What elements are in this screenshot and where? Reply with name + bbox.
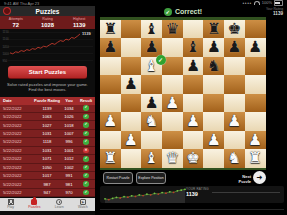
white-pawn[interactable]: ♟ [245,131,266,150]
square-f1[interactable] [203,149,224,168]
square-g6[interactable] [224,57,245,76]
result-icon: ✓ [83,190,89,196]
battery-percent: 100% [262,0,272,5]
history-puzzle-rating: 1118 [33,139,61,144]
stat-highest: Highest 1139 [63,17,95,28]
black-bishop[interactable]: ♝ [183,38,204,57]
square-e5[interactable] [183,75,204,94]
battery-icon [274,0,283,5]
history-date: 5/22/2022 [0,165,33,170]
svg-text:1000: 1000 [3,52,10,56]
clock-text: 9:41 AM Thu Apr 23 [4,1,39,6]
history-row[interactable]: 5/22/2022 1071 1012 ✓ [0,155,95,163]
square-h1[interactable]: ♜ [245,149,266,168]
rating-history-chart: 95010001050110011501139 [2,30,93,63]
stat-rating: Rating 1028 [32,17,64,28]
white-queen[interactable]: ♛ [162,149,183,168]
result-icon: ✕ [83,148,89,154]
history-puzzle-rating: 1063 [33,114,61,119]
history-row[interactable]: 5/22/2022 1017 991 ✓ [0,172,95,180]
white-knight[interactable]: ♞ [141,112,162,131]
history-your-rating: 1007 [61,131,77,136]
square-h8[interactable] [245,20,266,39]
tab-play[interactable]: Play [7,199,14,210]
black-king[interactable]: ♚ [224,20,245,39]
result-icon: ✓ [83,181,89,187]
square-d7[interactable] [162,38,183,57]
history-your-rating: 1034 [61,106,77,111]
square-d1[interactable]: ♛ [162,149,183,168]
svg-text:1150: 1150 [3,30,9,34]
history-table: 5/22/2022 1139 1034 ✓ 5/22/2022 1063 102… [0,105,95,198]
square-g5[interactable] [224,75,245,94]
black-rook[interactable]: ♜ [203,20,224,39]
square-b5[interactable]: ♟ [121,75,142,94]
history-puzzle-rating: 1017 [33,173,61,178]
puzzles-caption: Solve rated puzzles and improve your gam… [2,82,93,93]
square-d8[interactable]: ♛ [162,20,183,39]
square-f8[interactable]: ♜ [203,20,224,39]
square-a8[interactable]: ♜ [100,20,121,39]
history-puzzle-rating: 947 [33,190,61,195]
chess-board[interactable]: ♜♝♛♜♚♟♟♝♟♟♟♝♟♞♟♟♟♟♞♟♟♟♟♟♜♝♛♚♞♜✓ [100,20,266,168]
correct-move-badge: ✓ [156,55,166,65]
svg-text:1139: 1139 [82,31,91,36]
tab-watch[interactable]: ▶ Watch [78,199,88,210]
bottom-tab-bar: Play Puzzles Learn ▶ Watch [0,198,95,211]
rating-rule-line [212,192,280,193]
restart-puzzle-button[interactable]: Restart Puzzle [103,172,133,184]
history-puzzle-rating: 1139 [33,106,61,111]
history-puzzle-rating: 1031 [33,131,61,136]
square-c2[interactable] [141,131,162,150]
white-rook[interactable]: ♜ [245,149,266,168]
square-a6[interactable] [100,57,121,76]
history-date: 5/22/2022 [0,123,33,128]
square-g1[interactable]: ♞ [224,149,245,168]
result-text: Correct! [175,8,202,15]
history-date: 5/22/2022 [0,173,33,178]
square-g8[interactable]: ♚ [224,20,245,39]
watch-icon: ▶ [80,199,86,205]
square-b3[interactable] [121,112,142,131]
square-b8[interactable] [121,20,142,39]
history-your-rating: 1026 [61,114,77,119]
white-king[interactable]: ♚ [183,149,204,168]
svg-text:1050: 1050 [3,45,10,49]
result-icon: ✓ [83,139,89,145]
profile-icon[interactable] [3,7,11,15]
tab-puzzles[interactable]: Puzzles [28,199,40,210]
square-e3[interactable]: ♟ [183,112,204,131]
tab-learn[interactable]: Learn [55,199,64,210]
next-puzzle-button[interactable]: ➜ [253,171,266,184]
history-your-rating: 996 [61,139,77,144]
square-b6[interactable] [121,57,142,76]
square-c7[interactable]: ♟ [141,38,162,57]
history-puzzle-rating: 1071 [33,156,61,161]
history-date: 5/22/2022 [0,139,33,144]
session-rating-label: YOUR RATING 1139 [186,187,209,197]
history-puzzle-rating: 1031 [33,148,61,153]
square-f4[interactable] [203,94,224,113]
next-puzzle-label: Next Puzzle [230,174,251,184]
square-f5[interactable] [203,75,224,94]
square-a5[interactable] [100,75,121,94]
result-icon: ✓ [83,173,89,179]
square-b7[interactable] [121,38,142,57]
history-your-rating: 1012 [61,156,77,161]
square-c1[interactable]: ♝ [141,149,162,168]
black-bishop[interactable]: ♝ [141,20,162,39]
white-pawn[interactable]: ♟ [100,112,121,131]
result-icon: ✓ [83,105,89,111]
square-a1[interactable]: ♜ [100,149,121,168]
svg-text:1100: 1100 [3,37,9,41]
white-pawn[interactable]: ♟ [224,112,245,131]
history-row[interactable]: 5/22/2022 1031 1007 ✓ [0,130,95,138]
white-pawn[interactable]: ♟ [203,131,224,150]
square-h6[interactable] [245,57,266,76]
signal-icon: ●●●● [243,1,252,5]
history-puzzle-rating: 1027 [33,123,61,128]
square-h4[interactable] [245,94,266,113]
history-date: 5/22/2022 [0,148,33,153]
history-row[interactable]: 5/22/2022 947 970 ✓ [0,189,95,197]
history-date: 5/22/2022 [0,131,33,136]
history-puzzle-rating: 1050 [33,165,61,170]
white-bishop[interactable]: ♝ [141,149,162,168]
history-row[interactable]: 5/22/2022 1050 1002 ✓ [0,164,95,172]
result-icon: ✓ [83,131,89,137]
learn-icon [56,199,62,205]
square-h2[interactable]: ♟ [245,131,266,150]
result-icon: ✓ [83,156,89,162]
result-banner: ✓ Correct! [100,7,266,17]
history-row[interactable]: 5/22/2022 1031 1001 ✕ [0,147,95,155]
square-c4[interactable]: ♟ [141,94,162,113]
square-b2[interactable]: ♟ [121,131,142,150]
history-your-rating: 1018 [61,123,77,128]
square-b1[interactable] [121,149,142,168]
puzzles-sidebar: Puzzles Attempts 72 Rating 1028 Highest … [0,6,95,215]
black-pawn[interactable]: ♟ [245,38,266,57]
white-pawn[interactable]: ♟ [121,131,142,150]
result-icon: ✓ [83,114,89,120]
square-h7[interactable]: ♟ [245,38,266,57]
square-e2[interactable] [183,131,204,150]
square-g2[interactable] [224,131,245,150]
black-pawn[interactable]: ♟ [141,94,162,113]
black-pawn[interactable]: ♟ [121,75,142,94]
history-puzzle-rating: 987 [33,182,61,187]
square-a3[interactable]: ♟ [100,112,121,131]
history-row[interactable]: 5/22/2022 1027 1018 ✓ [0,121,95,129]
square-d5[interactable] [162,75,183,94]
bottom-divider [100,209,284,210]
square-h5[interactable] [245,75,266,94]
square-g4[interactable] [224,94,245,113]
your-rating-info: Your Rating 1139 [266,7,283,16]
puzzle-piece-icon [31,199,37,205]
square-c5[interactable] [141,75,162,94]
black-knight[interactable]: ♞ [203,57,224,76]
square-a2[interactable] [100,131,121,150]
history-your-rating: 981 [61,182,77,187]
history-date: 5/22/2022 [0,156,33,161]
square-e8[interactable] [183,20,204,39]
black-pawn[interactable]: ♟ [100,38,121,57]
history-your-rating: 991 [61,173,77,178]
square-c8[interactable]: ♝ [141,20,162,39]
history-date: 5/22/2022 [0,190,33,195]
square-a4[interactable] [100,94,121,113]
black-pawn[interactable]: ♟ [203,38,224,57]
history-date: 5/22/2022 [0,106,33,111]
square-d2[interactable] [162,131,183,150]
black-pawn[interactable]: ♟ [224,38,245,57]
board-icon [8,199,14,205]
history-your-rating: 970 [61,190,77,195]
page-title: Puzzles [36,8,60,15]
white-rook[interactable]: ♜ [100,149,121,168]
explore-position-button[interactable]: Explore Position [136,172,166,184]
square-d4[interactable]: ♟ [162,94,183,113]
square-g3[interactable]: ♟ [224,112,245,131]
history-date: 5/22/2022 [0,114,33,119]
history-row[interactable]: 5/22/2022 1063 1026 ✓ [0,113,95,121]
white-pawn[interactable]: ♟ [162,94,183,113]
square-c3[interactable]: ♞ [141,112,162,131]
black-rook[interactable]: ♜ [100,20,121,39]
square-b4[interactable] [121,94,142,113]
white-knight[interactable]: ♞ [224,149,245,168]
history-your-rating: 1001 [61,148,77,153]
check-circle-icon: ✓ [164,8,172,16]
result-icon: ✓ [83,165,89,171]
history-your-rating: 1002 [61,165,77,170]
square-a7[interactable]: ♟ [100,38,121,57]
stat-attempts: Attempts 72 [0,17,32,28]
history-date: 5/22/2022 [0,182,33,187]
wifi-icon [254,1,260,4]
stats-bar: Attempts 72 Rating 1028 Highest 1139 [0,16,95,29]
square-f7[interactable]: ♟ [203,38,224,57]
square-d3[interactable] [162,112,183,131]
square-h3[interactable] [245,112,266,131]
square-e1[interactable]: ♚ [183,149,204,168]
player-bar [100,168,266,171]
white-pawn[interactable]: ♟ [183,112,204,131]
history-row[interactable]: 5/22/2022 1139 1034 ✓ [0,105,95,113]
square-g7[interactable]: ♟ [224,38,245,57]
square-e7[interactable]: ♝ [183,38,204,57]
square-e4[interactable] [183,94,204,113]
result-icon: ✓ [83,122,89,128]
history-row[interactable]: 5/22/2022 987 981 ✓ [0,180,95,188]
square-f3[interactable] [203,112,224,131]
sidebar-header: Puzzles [0,6,95,16]
svg-text:950: 950 [3,59,8,63]
black-pawn[interactable]: ♟ [183,57,204,76]
history-table-header: Date Puzzle Rating You Result [0,97,95,105]
start-puzzles-button[interactable]: Start Puzzles [8,66,87,79]
history-row[interactable]: 5/22/2022 1118 996 ✓ [0,138,95,146]
square-f2[interactable]: ♟ [203,131,224,150]
square-e6[interactable]: ♟ [183,57,204,76]
square-f6[interactable]: ♞ [203,57,224,76]
black-pawn[interactable]: ♟ [141,38,162,57]
black-queen[interactable]: ♛ [162,20,183,39]
